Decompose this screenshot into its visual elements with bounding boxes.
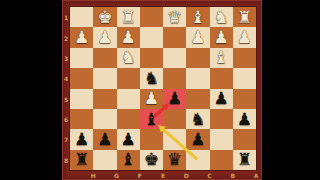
board-grid: ♚♜♛♝♞♜♟♟♟♟♟♟♞♝♞♟♟♟♝♞♟♟♟♟♟♜♝♚♛♜ [70, 7, 256, 170]
white-knight-b1: ♞ [214, 8, 229, 25]
black-knight-c6: ♞ [190, 110, 205, 127]
black-king-e8: ♚ [144, 151, 159, 168]
square-a1[interactable]: ♜ [233, 7, 256, 27]
left-letterbox [0, 0, 62, 180]
square-f7[interactable]: ♟ [117, 129, 140, 149]
square-a8[interactable]: ♜ [233, 150, 256, 170]
black-rook-a8: ♜ [237, 151, 252, 168]
square-d5[interactable]: ♟ [163, 89, 186, 109]
square-b1[interactable]: ♞ [210, 7, 233, 27]
square-b5[interactable]: ♟ [210, 89, 233, 109]
square-d4[interactable] [163, 68, 186, 88]
square-b4[interactable] [210, 68, 233, 88]
square-f3[interactable]: ♞ [117, 48, 140, 68]
white-rook-f1: ♜ [121, 8, 136, 25]
file-label-f: F [138, 171, 142, 178]
square-c5[interactable] [186, 89, 209, 109]
square-c1[interactable]: ♝ [186, 7, 209, 27]
square-g3[interactable] [93, 48, 116, 68]
square-g6[interactable] [93, 109, 116, 129]
square-a2[interactable]: ♟ [233, 27, 256, 47]
white-pawn-g2: ♟ [97, 29, 112, 46]
square-c2[interactable]: ♟ [186, 27, 209, 47]
white-king-g1: ♚ [97, 8, 112, 25]
white-pawn-a2: ♟ [237, 29, 252, 46]
white-pawn-h2: ♟ [74, 29, 89, 46]
white-pawn-c2: ♟ [190, 29, 205, 46]
file-label-g: G [114, 171, 119, 178]
square-c6[interactable]: ♞ [186, 109, 209, 129]
square-g2[interactable]: ♟ [93, 27, 116, 47]
square-h5[interactable] [70, 89, 93, 109]
square-e3[interactable] [140, 48, 163, 68]
square-a7[interactable] [233, 129, 256, 149]
square-e8[interactable]: ♚ [140, 150, 163, 170]
square-g1[interactable]: ♚ [93, 7, 116, 27]
square-b2[interactable]: ♟ [210, 27, 233, 47]
square-f1[interactable]: ♜ [117, 7, 140, 27]
rank-label-5: 5 [64, 95, 68, 102]
square-h8[interactable]: ♜ [70, 150, 93, 170]
file-label-h: H [91, 171, 96, 178]
file-label-a: A [254, 171, 259, 178]
square-a3[interactable] [233, 48, 256, 68]
square-e2[interactable] [140, 27, 163, 47]
square-h7[interactable]: ♟ [70, 129, 93, 149]
square-a5[interactable] [233, 89, 256, 109]
rank-label-6: 6 [64, 116, 68, 123]
white-pawn-b2: ♟ [214, 29, 229, 46]
square-h1[interactable] [70, 7, 93, 27]
rank-label-7: 7 [64, 136, 68, 143]
square-c7[interactable]: ♟ [186, 129, 209, 149]
square-c8[interactable] [186, 150, 209, 170]
square-g4[interactable] [93, 68, 116, 88]
square-d6[interactable] [163, 109, 186, 129]
square-b6[interactable] [210, 109, 233, 129]
square-f4[interactable] [117, 68, 140, 88]
file-label-d: D [184, 171, 189, 178]
black-pawn-f7: ♟ [121, 130, 136, 147]
board-frame: ♚♜♛♝♞♜♟♟♟♟♟♟♞♝♞♟♟♟♝♞♟♟♟♟♟♜♝♚♛♜ 12345678H… [62, 0, 262, 180]
black-bishop-e6: ♝ [144, 110, 159, 127]
square-e4[interactable]: ♞ [140, 68, 163, 88]
white-pawn-f2: ♟ [121, 29, 136, 46]
right-letterbox [262, 0, 320, 180]
black-rook-h8: ♜ [74, 151, 89, 168]
black-pawn-h7: ♟ [74, 130, 89, 147]
square-g5[interactable] [93, 89, 116, 109]
square-e6[interactable]: ♝ [140, 109, 163, 129]
rank-label-3: 3 [64, 54, 68, 61]
square-f5[interactable] [117, 89, 140, 109]
rank-label-4: 4 [64, 75, 68, 82]
square-b7[interactable] [210, 129, 233, 149]
file-label-e: E [161, 171, 165, 178]
square-h3[interactable] [70, 48, 93, 68]
square-g8[interactable] [93, 150, 116, 170]
rank-label-2: 2 [64, 34, 68, 41]
file-label-c: C [207, 171, 211, 178]
black-pawn-g7: ♟ [97, 130, 112, 147]
file-label-b: B [230, 171, 235, 178]
square-e5[interactable]: ♟ [140, 89, 163, 109]
square-e1[interactable] [140, 7, 163, 27]
square-d2[interactable] [163, 27, 186, 47]
white-bishop-b3: ♝ [214, 49, 229, 66]
square-a6[interactable]: ♟ [233, 109, 256, 129]
square-c4[interactable] [186, 68, 209, 88]
square-d3[interactable] [163, 48, 186, 68]
square-h2[interactable]: ♟ [70, 27, 93, 47]
rank-label-8: 8 [64, 156, 68, 163]
square-h6[interactable] [70, 109, 93, 129]
square-f6[interactable] [117, 109, 140, 129]
white-bishop-c1: ♝ [190, 8, 205, 25]
black-pawn-d5: ♟ [167, 90, 182, 107]
black-queen-d8: ♛ [167, 151, 182, 168]
black-bishop-f8: ♝ [121, 151, 136, 168]
white-rook-a1: ♜ [237, 8, 252, 25]
white-queen-d1: ♛ [167, 8, 182, 25]
black-pawn-b5: ♟ [214, 90, 229, 107]
black-knight-e4: ♞ [144, 69, 159, 86]
black-pawn-a6: ♟ [237, 110, 252, 127]
white-pawn-e5: ♟ [144, 90, 159, 107]
white-knight-f3: ♞ [121, 49, 136, 66]
square-a4[interactable] [233, 68, 256, 88]
square-h4[interactable] [70, 68, 93, 88]
square-d1[interactable]: ♛ [163, 7, 186, 27]
square-e7[interactable] [140, 129, 163, 149]
square-c3[interactable] [186, 48, 209, 68]
square-f8[interactable]: ♝ [117, 150, 140, 170]
black-pawn-c7: ♟ [190, 130, 205, 147]
square-b3[interactable]: ♝ [210, 48, 233, 68]
rank-label-1: 1 [64, 14, 68, 21]
square-g7[interactable]: ♟ [93, 129, 116, 149]
square-d7[interactable] [163, 129, 186, 149]
square-f2[interactable]: ♟ [117, 27, 140, 47]
square-b8[interactable] [210, 150, 233, 170]
square-d8[interactable]: ♛ [163, 150, 186, 170]
